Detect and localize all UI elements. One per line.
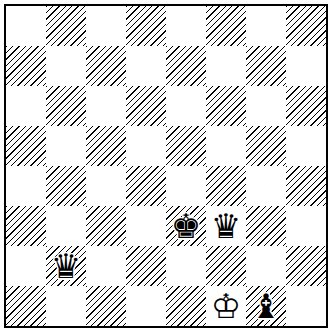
square-c2[interactable]: [86, 246, 126, 286]
square-a5[interactable]: [6, 126, 46, 166]
square-e1[interactable]: [166, 286, 206, 326]
square-h5[interactable]: [286, 126, 326, 166]
square-b2[interactable]: ♛: [46, 246, 86, 286]
square-f6[interactable]: [206, 86, 246, 126]
square-d8[interactable]: [126, 6, 166, 46]
square-b5[interactable]: [46, 126, 86, 166]
square-c7[interactable]: [86, 46, 126, 86]
square-g7[interactable]: [246, 46, 286, 86]
square-d6[interactable]: [126, 86, 166, 126]
square-c4[interactable]: [86, 166, 126, 206]
square-h7[interactable]: [286, 46, 326, 86]
square-e5[interactable]: [166, 126, 206, 166]
square-h3[interactable]: [286, 206, 326, 246]
square-e8[interactable]: [166, 6, 206, 46]
black-queen[interactable]: ♛: [211, 206, 241, 246]
square-a2[interactable]: [6, 246, 46, 286]
square-g1[interactable]: ♝: [246, 286, 286, 326]
square-g5[interactable]: [246, 126, 286, 166]
square-b8[interactable]: [46, 6, 86, 46]
square-e2[interactable]: [166, 246, 206, 286]
square-e4[interactable]: [166, 166, 206, 206]
square-f8[interactable]: [206, 6, 246, 46]
square-d1[interactable]: [126, 286, 166, 326]
square-d3[interactable]: [126, 206, 166, 246]
square-d2[interactable]: [126, 246, 166, 286]
square-e6[interactable]: [166, 86, 206, 126]
square-b1[interactable]: [46, 286, 86, 326]
square-f4[interactable]: [206, 166, 246, 206]
black-king[interactable]: ♚: [171, 206, 201, 246]
square-g8[interactable]: [246, 6, 286, 46]
square-g4[interactable]: [246, 166, 286, 206]
square-f1[interactable]: ♔: [206, 286, 246, 326]
square-f2[interactable]: [206, 246, 246, 286]
black-bishop[interactable]: ♝: [251, 286, 281, 326]
square-d4[interactable]: [126, 166, 166, 206]
square-b7[interactable]: [46, 46, 86, 86]
square-b3[interactable]: [46, 206, 86, 246]
square-d5[interactable]: [126, 126, 166, 166]
square-e7[interactable]: [166, 46, 206, 86]
square-c1[interactable]: [86, 286, 126, 326]
square-h6[interactable]: [286, 86, 326, 126]
square-f5[interactable]: [206, 126, 246, 166]
square-b4[interactable]: [46, 166, 86, 206]
square-c3[interactable]: [86, 206, 126, 246]
square-h2[interactable]: [286, 246, 326, 286]
square-d7[interactable]: [126, 46, 166, 86]
square-g2[interactable]: [246, 246, 286, 286]
square-f7[interactable]: [206, 46, 246, 86]
square-f3[interactable]: ♛: [206, 206, 246, 246]
square-c5[interactable]: [86, 126, 126, 166]
square-e3[interactable]: ♚: [166, 206, 206, 246]
square-a3[interactable]: [6, 206, 46, 246]
square-g3[interactable]: [246, 206, 286, 246]
square-g6[interactable]: [246, 86, 286, 126]
square-a6[interactable]: [6, 86, 46, 126]
square-c6[interactable]: [86, 86, 126, 126]
square-h8[interactable]: [286, 6, 326, 46]
black-queen[interactable]: ♛: [51, 246, 81, 286]
square-a8[interactable]: [6, 6, 46, 46]
square-a1[interactable]: [6, 286, 46, 326]
square-a4[interactable]: [6, 166, 46, 206]
white-king[interactable]: ♔: [211, 286, 241, 326]
square-h1[interactable]: [286, 286, 326, 326]
chess-board: ♚♛♛♔♝: [4, 4, 328, 328]
square-h4[interactable]: [286, 166, 326, 206]
square-c8[interactable]: [86, 6, 126, 46]
square-b6[interactable]: [46, 86, 86, 126]
square-a7[interactable]: [6, 46, 46, 86]
chess-diagram: ♚♛♛♔♝: [0, 0, 332, 332]
